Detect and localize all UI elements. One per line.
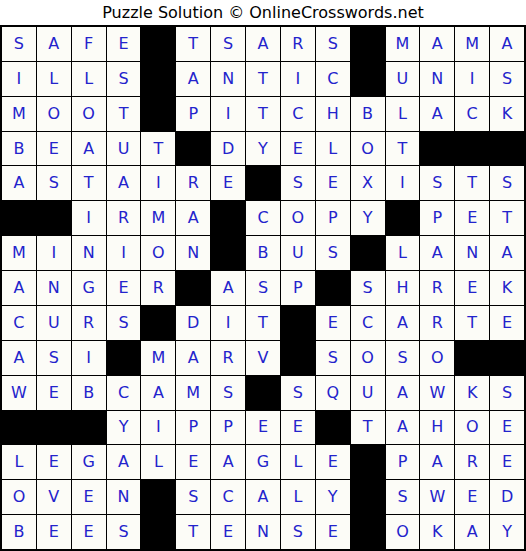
cell-letter: E	[328, 524, 338, 540]
cell-letter: H	[327, 106, 339, 122]
grid-cell: O	[386, 515, 420, 549]
black-cell	[37, 201, 71, 235]
black-cell	[141, 306, 175, 340]
cell-letter: B	[362, 106, 373, 122]
cell-letter: Y	[328, 489, 338, 505]
cell-letter: E	[293, 419, 303, 435]
black-cell	[455, 132, 489, 166]
black-cell	[72, 411, 106, 445]
cell-letter: O	[431, 350, 444, 366]
grid-cell: S	[316, 236, 350, 270]
grid-cell: T	[455, 306, 489, 340]
grid-cell: C	[455, 97, 489, 131]
cell-letter: N	[83, 245, 95, 261]
cell-letter: E	[467, 489, 477, 505]
cell-letter: A	[432, 245, 443, 261]
grid-cell: L	[37, 62, 71, 96]
cell-letter: M	[465, 36, 479, 52]
grid-cell: L	[386, 236, 420, 270]
grid-cell: S	[420, 166, 454, 200]
grid-cell: T	[107, 97, 141, 131]
cell-letter: B	[13, 524, 24, 540]
grid-cell: T	[72, 166, 106, 200]
grid-cell: E	[107, 271, 141, 305]
grid-cell: O	[351, 341, 385, 375]
cell-letter: I	[86, 210, 91, 226]
grid-cell: K	[490, 97, 524, 131]
black-cell	[420, 132, 454, 166]
cell-letter: M	[151, 210, 165, 226]
grid-cell: I	[386, 166, 420, 200]
cell-letter: Q	[326, 385, 339, 401]
cell-letter: E	[467, 280, 477, 296]
grid-cell: W	[420, 480, 454, 514]
cell-letter: H	[431, 419, 443, 435]
grid-cell: U	[351, 376, 385, 410]
grid-cell: D	[211, 132, 245, 166]
grid-cell: I	[107, 236, 141, 270]
grid-cell: E	[281, 132, 315, 166]
black-cell	[351, 27, 385, 61]
grid-cell: A	[176, 62, 210, 96]
grid-cell: S	[490, 62, 524, 96]
cell-letter: S	[118, 71, 128, 87]
black-cell	[141, 62, 175, 96]
grid-cell: N	[455, 236, 489, 270]
black-cell	[176, 132, 210, 166]
grid-cell: E	[37, 445, 71, 479]
cell-letter: I	[226, 106, 231, 122]
cell-letter: M	[396, 36, 410, 52]
grid-cell: E	[281, 411, 315, 445]
cell-letter: A	[223, 280, 234, 296]
black-cell	[107, 341, 141, 375]
cell-letter: L	[154, 454, 163, 470]
grid-cell: S	[316, 341, 350, 375]
grid-cell: I	[281, 62, 315, 96]
grid-cell: E	[211, 166, 245, 200]
grid-cell: C	[351, 306, 385, 340]
grid-cell: T	[246, 97, 280, 131]
grid-cell: D	[176, 306, 210, 340]
black-cell	[246, 376, 280, 410]
grid-cell: I	[211, 306, 245, 340]
grid-cell: S	[281, 166, 315, 200]
cell-letter: L	[84, 71, 93, 87]
cell-letter: A	[83, 141, 94, 157]
grid-cell: M	[2, 236, 36, 270]
grid-cell: E	[176, 445, 210, 479]
cell-letter: L	[49, 71, 58, 87]
cell-letter: E	[118, 280, 128, 296]
cell-letter: B	[258, 245, 269, 261]
grid-cell: R	[107, 201, 141, 235]
grid-cell: U	[386, 62, 420, 96]
cell-letter: W	[429, 385, 445, 401]
cell-letter: E	[328, 454, 338, 470]
grid-cell: F	[72, 27, 106, 61]
cell-letter: Y	[119, 419, 129, 435]
grid-cell: K	[490, 271, 524, 305]
cell-letter: S	[188, 489, 198, 505]
grid-cell: R	[420, 306, 454, 340]
grid-cell: Y	[490, 515, 524, 549]
cell-letter: S	[258, 280, 268, 296]
grid-cell: A	[490, 236, 524, 270]
cell-letter: P	[398, 454, 408, 470]
cell-letter: K	[432, 524, 443, 540]
grid-cell: N	[420, 62, 454, 96]
grid-cell: P	[316, 201, 350, 235]
cell-letter: S	[363, 280, 373, 296]
grid-cell: S	[281, 515, 315, 549]
cell-letter: S	[397, 489, 407, 505]
cell-letter: A	[223, 454, 234, 470]
cell-letter: U	[292, 245, 304, 261]
cell-letter: C	[223, 489, 234, 505]
cell-letter: R	[188, 175, 199, 191]
grid-cell: P	[211, 411, 245, 445]
grid-cell: G	[72, 271, 106, 305]
grid-cell: S	[386, 480, 420, 514]
grid-cell: G	[246, 445, 280, 479]
grid-cell: L	[72, 62, 106, 96]
grid-cell: T	[455, 166, 489, 200]
black-cell	[141, 515, 175, 549]
puzzle-solution-page: Puzzle Solution © OnlineCrosswords.net S…	[0, 0, 526, 551]
grid-cell: E	[107, 27, 141, 61]
grid-cell: L	[141, 445, 175, 479]
cell-letter: R	[292, 36, 303, 52]
cell-letter: E	[118, 36, 128, 52]
cell-letter: Y	[363, 210, 373, 226]
cell-letter: A	[188, 71, 199, 87]
grid-cell: A	[420, 236, 454, 270]
cell-letter: T	[502, 210, 512, 226]
grid-cell: A	[386, 306, 420, 340]
grid-cell: K	[455, 376, 489, 410]
cell-letter: E	[223, 175, 233, 191]
cell-letter: T	[154, 141, 164, 157]
cell-letter: E	[84, 524, 94, 540]
grid-cell: C	[2, 306, 36, 340]
grid-cell: E	[37, 132, 71, 166]
cell-letter: S	[502, 71, 512, 87]
cell-letter: A	[397, 419, 408, 435]
black-cell	[455, 341, 489, 375]
grid-cell: E	[72, 480, 106, 514]
cell-letter: W	[11, 385, 27, 401]
grid-cell: S	[2, 27, 36, 61]
cell-letter: E	[328, 175, 338, 191]
grid-cell: S	[490, 166, 524, 200]
grid-cell: E	[316, 445, 350, 479]
grid-cell: R	[211, 341, 245, 375]
grid-cell: K	[420, 515, 454, 549]
cell-letter: T	[258, 71, 268, 87]
grid-cell: A	[420, 97, 454, 131]
grid-cell: M	[141, 201, 175, 235]
grid-cell: X	[351, 166, 385, 200]
cell-letter: O	[361, 350, 374, 366]
page-title: Puzzle Solution © OnlineCrosswords.net	[102, 3, 424, 22]
grid-cell: S	[37, 341, 71, 375]
grid-cell: I	[72, 201, 106, 235]
grid-cell: A	[176, 341, 210, 375]
grid-cell: N	[246, 515, 280, 549]
cell-letter: H	[396, 280, 408, 296]
cell-letter: G	[82, 454, 94, 470]
cell-letter: K	[502, 106, 513, 122]
grid-cell: I	[37, 236, 71, 270]
cell-letter: S	[293, 524, 303, 540]
cell-letter: E	[223, 524, 233, 540]
grid-cell: S	[490, 376, 524, 410]
grid-cell: C	[211, 480, 245, 514]
cell-letter: I	[51, 245, 56, 261]
grid-cell: E	[316, 306, 350, 340]
cell-letter: U	[48, 315, 60, 331]
grid-cell: A	[386, 411, 420, 445]
grid-cell: L	[281, 445, 315, 479]
grid-cell: P	[176, 411, 210, 445]
grid-cell: O	[141, 236, 175, 270]
grid-cell: S	[37, 166, 71, 200]
grid-cell: B	[246, 236, 280, 270]
cell-letter: R	[432, 280, 443, 296]
grid-cell: E	[490, 411, 524, 445]
cell-letter: S	[14, 36, 24, 52]
grid-cell: T	[246, 306, 280, 340]
grid-cell: L	[2, 445, 36, 479]
cell-letter: O	[47, 106, 60, 122]
cell-letter: T	[467, 175, 477, 191]
black-cell	[281, 306, 315, 340]
grid-cell: B	[72, 376, 106, 410]
cell-letter: E	[467, 210, 477, 226]
black-cell	[316, 271, 350, 305]
grid-cell: O	[2, 480, 36, 514]
cell-letter: N	[257, 524, 269, 540]
grid-cell: S	[107, 515, 141, 549]
cell-letter: T	[258, 106, 268, 122]
black-cell	[351, 236, 385, 270]
cell-letter: V	[48, 489, 59, 505]
grid-cell: H	[316, 97, 350, 131]
cell-letter: B	[83, 385, 94, 401]
cell-letter: O	[396, 524, 409, 540]
grid-cell: O	[455, 411, 489, 445]
grid-cell: R	[72, 306, 106, 340]
cell-letter: A	[48, 36, 59, 52]
cell-letter: O	[361, 141, 374, 157]
grid-cell: B	[2, 132, 36, 166]
cell-letter: I	[86, 350, 91, 366]
black-cell	[490, 341, 524, 375]
cell-letter: S	[118, 315, 128, 331]
cell-letter: A	[118, 175, 129, 191]
grid-cell: U	[107, 132, 141, 166]
cell-letter: A	[432, 106, 443, 122]
grid-cell: A	[246, 480, 280, 514]
cell-letter: P	[188, 106, 198, 122]
grid-cell: A	[2, 341, 36, 375]
cell-letter: L	[398, 106, 407, 122]
cell-letter: E	[49, 141, 59, 157]
cell-letter: E	[188, 454, 198, 470]
black-cell	[281, 341, 315, 375]
grid-cell: I	[455, 62, 489, 96]
cell-letter: U	[118, 141, 130, 157]
cell-letter: M	[151, 350, 165, 366]
black-cell	[141, 480, 175, 514]
grid-cell: P	[386, 445, 420, 479]
grid-cell: A	[37, 27, 71, 61]
cell-letter: W	[429, 489, 445, 505]
grid-cell: Y	[316, 480, 350, 514]
grid-cell: V	[37, 480, 71, 514]
grid-cell: T	[141, 132, 175, 166]
cell-letter: I	[17, 71, 22, 87]
black-cell	[490, 132, 524, 166]
black-cell	[316, 411, 350, 445]
cell-letter: A	[258, 36, 269, 52]
grid-cell: A	[72, 132, 106, 166]
grid-cell: T	[351, 411, 385, 445]
grid-cell: L	[386, 97, 420, 131]
cell-letter: S	[293, 385, 303, 401]
cell-letter: P	[293, 280, 303, 296]
grid-cell: S	[211, 376, 245, 410]
grid-cell: M	[455, 27, 489, 61]
cell-letter: A	[13, 175, 24, 191]
grid-cell: P	[420, 201, 454, 235]
cell-letter: N	[118, 489, 130, 505]
black-cell	[351, 445, 385, 479]
cell-letter: N	[187, 245, 199, 261]
grid-cell: A	[107, 445, 141, 479]
cell-letter: I	[156, 419, 161, 435]
grid-cell: G	[72, 445, 106, 479]
cell-letter: G	[257, 454, 269, 470]
grid-cell: E	[37, 515, 71, 549]
grid-cell: M	[141, 341, 175, 375]
grid-cell: W	[420, 376, 454, 410]
black-cell	[351, 62, 385, 96]
cell-letter: O	[152, 245, 165, 261]
cell-letter: E	[502, 419, 512, 435]
grid-cell: A	[455, 515, 489, 549]
cell-letter: S	[118, 524, 128, 540]
grid-cell: R	[281, 27, 315, 61]
grid-cell: U	[281, 236, 315, 270]
cell-letter: E	[328, 315, 338, 331]
cell-letter: K	[467, 385, 478, 401]
cell-letter: A	[397, 385, 408, 401]
grid-cell: O	[72, 97, 106, 131]
grid-cell: A	[246, 27, 280, 61]
black-cell	[37, 411, 71, 445]
cell-letter: C	[118, 385, 129, 401]
cell-letter: C	[257, 210, 268, 226]
grid-cell: A	[490, 27, 524, 61]
cell-letter: S	[223, 385, 233, 401]
cell-letter: L	[293, 489, 302, 505]
cell-letter: G	[82, 280, 94, 296]
grid-cell: S	[386, 341, 420, 375]
grid-cell: H	[386, 271, 420, 305]
grid-cell: P	[281, 271, 315, 305]
grid-cell: T	[246, 62, 280, 96]
cell-letter: O	[466, 419, 479, 435]
grid-cell: T	[490, 201, 524, 235]
cell-letter: R	[223, 350, 234, 366]
grid-cell: E	[455, 201, 489, 235]
cell-letter: D	[222, 141, 234, 157]
black-cell	[246, 166, 280, 200]
cell-letter: S	[223, 36, 233, 52]
cell-letter: O	[82, 106, 95, 122]
grid-cell: N	[107, 480, 141, 514]
cell-letter: M	[12, 106, 26, 122]
cell-letter: I	[296, 71, 301, 87]
cell-letter: E	[49, 454, 59, 470]
cell-letter: X	[362, 175, 373, 191]
cell-letter: D	[187, 315, 199, 331]
grid-cell: M	[176, 376, 210, 410]
cell-letter: S	[328, 350, 338, 366]
grid-cell: M	[386, 27, 420, 61]
grid-cell: E	[455, 480, 489, 514]
grid-cell: S	[246, 271, 280, 305]
cell-letter: U	[362, 385, 374, 401]
grid-cell: S	[176, 480, 210, 514]
crossword-grid: SAFETSARSMAMAILLSANTICUNISMOOTPITCHBLACK…	[0, 25, 526, 551]
grid-cell: V	[246, 341, 280, 375]
cell-letter: A	[188, 350, 199, 366]
cell-letter: D	[501, 489, 513, 505]
grid-cell: E	[490, 445, 524, 479]
cell-letter: L	[328, 141, 337, 157]
grid-cell: E	[246, 411, 280, 445]
grid-cell: E	[455, 271, 489, 305]
cell-letter: B	[13, 141, 24, 157]
grid-cell: O	[281, 201, 315, 235]
grid-cell: A	[386, 376, 420, 410]
grid-cell: B	[2, 515, 36, 549]
grid-cell: B	[351, 97, 385, 131]
cell-letter: C	[292, 106, 303, 122]
cell-letter: E	[293, 141, 303, 157]
grid-cell: R	[420, 271, 454, 305]
grid-cell: Y	[246, 132, 280, 166]
grid-cell: C	[246, 201, 280, 235]
grid-cell: E	[211, 515, 245, 549]
cell-letter: E	[49, 524, 59, 540]
cell-letter: A	[502, 36, 513, 52]
grid-cell: R	[176, 166, 210, 200]
cell-letter: S	[502, 385, 512, 401]
cell-letter: S	[502, 175, 512, 191]
cell-letter: S	[328, 245, 338, 261]
grid-cell: S	[107, 306, 141, 340]
grid-cell: O	[420, 341, 454, 375]
black-cell	[351, 515, 385, 549]
grid-cell: N	[211, 62, 245, 96]
cell-letter: P	[188, 419, 198, 435]
grid-cell: E	[37, 376, 71, 410]
cell-letter: A	[258, 489, 269, 505]
